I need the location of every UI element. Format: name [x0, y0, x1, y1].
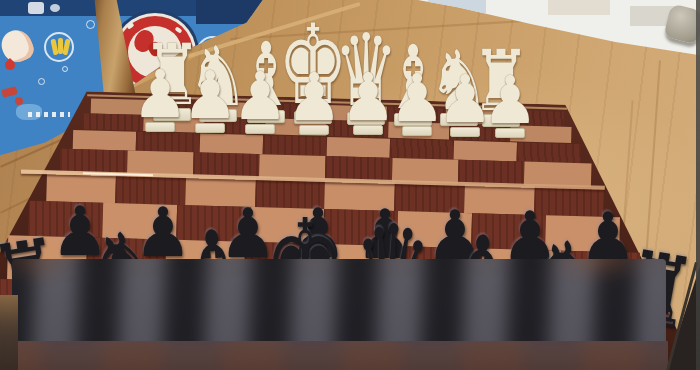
piece-white-pawn-h2: ♟	[132, 62, 188, 128]
square-d3	[326, 137, 390, 159]
piece-white-pawn-d2: ♟	[340, 65, 396, 131]
square-g3	[136, 131, 200, 153]
square-b3	[453, 140, 517, 162]
piece-white-pawn-e2: ♟	[286, 65, 342, 131]
piece-white-pawn-f2: ♟	[232, 64, 288, 130]
bag-circle-doodle	[86, 20, 95, 29]
square-f3	[199, 133, 263, 155]
bag-doodle	[28, 2, 44, 14]
piece-white-pawn-g2: ♟	[182, 63, 238, 129]
bag-circle-doodle	[38, 78, 45, 85]
bag-shrimp-doodle	[0, 26, 37, 67]
bag-doodle	[50, 4, 60, 12]
piece-white-pawn-a2: ♟	[482, 68, 538, 134]
bag-circle-doodle	[62, 66, 68, 72]
photo-scene: ♜♞♝♚♛♝♞♜♟♟♟♟♟♟♟♟♟♟♟♟♟♟♟♟♜♞♝♚♛♝♞♜	[0, 0, 700, 370]
logo-ring-mark	[126, 22, 134, 29]
square-e3	[263, 135, 327, 157]
square-a3	[517, 142, 581, 164]
square-h3	[72, 129, 136, 151]
photo-right-edge	[696, 0, 700, 370]
blur-censor-band-lower	[0, 341, 668, 370]
square-c3	[390, 138, 454, 160]
blur-censor-band	[12, 259, 666, 347]
wall-light-patch	[548, 0, 610, 15]
blur-censor-corner	[0, 295, 18, 370]
bag-fries-doodle	[44, 32, 74, 62]
